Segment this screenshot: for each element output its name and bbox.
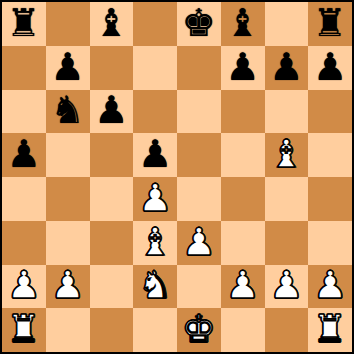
white-pawn[interactable]: ♟ xyxy=(226,266,260,304)
square-a6[interactable] xyxy=(2,90,46,134)
square-b8[interactable] xyxy=(46,2,90,46)
square-f6[interactable] xyxy=(221,90,265,134)
square-f3[interactable] xyxy=(221,221,265,265)
square-d7[interactable] xyxy=(133,46,177,90)
square-h1[interactable]: ♜ xyxy=(308,308,352,352)
square-d6[interactable] xyxy=(133,90,177,134)
square-e5[interactable] xyxy=(177,133,221,177)
black-pawn[interactable]: ♟ xyxy=(313,48,347,86)
square-g2[interactable]: ♟ xyxy=(265,265,309,309)
white-pawn[interactable]: ♟ xyxy=(7,266,41,304)
square-f2[interactable]: ♟ xyxy=(221,265,265,309)
black-pawn[interactable]: ♟ xyxy=(51,48,85,86)
square-e3[interactable]: ♟ xyxy=(177,221,221,265)
black-pawn[interactable]: ♟ xyxy=(94,91,128,129)
square-e4[interactable] xyxy=(177,177,221,221)
square-h3[interactable] xyxy=(308,221,352,265)
square-g6[interactable] xyxy=(265,90,309,134)
square-c1[interactable] xyxy=(90,308,134,352)
square-d2[interactable]: ♞ xyxy=(133,265,177,309)
black-pawn[interactable]: ♟ xyxy=(7,135,41,173)
square-a1[interactable]: ♜ xyxy=(2,308,46,352)
square-b4[interactable] xyxy=(46,177,90,221)
square-h4[interactable] xyxy=(308,177,352,221)
black-rook[interactable]: ♜ xyxy=(7,4,41,42)
black-knight[interactable]: ♞ xyxy=(51,91,85,129)
white-rook[interactable]: ♜ xyxy=(7,310,41,348)
square-b7[interactable]: ♟ xyxy=(46,46,90,90)
square-d4[interactable]: ♟ xyxy=(133,177,177,221)
square-f8[interactable]: ♝ xyxy=(221,2,265,46)
square-a2[interactable]: ♟ xyxy=(2,265,46,309)
square-g7[interactable]: ♟ xyxy=(265,46,309,90)
black-bishop[interactable]: ♝ xyxy=(94,4,128,42)
chess-board: ♜♝♚♝♜♟♟♟♟♞♟♟♟♝♟♝♟♟♟♞♟♟♟♜♚♜ xyxy=(0,0,354,354)
square-g5[interactable]: ♝ xyxy=(265,133,309,177)
white-pawn[interactable]: ♟ xyxy=(269,266,303,304)
square-e6[interactable] xyxy=(177,90,221,134)
square-c8[interactable]: ♝ xyxy=(90,2,134,46)
white-knight[interactable]: ♞ xyxy=(138,266,172,304)
square-a3[interactable] xyxy=(2,221,46,265)
black-king[interactable]: ♚ xyxy=(182,4,216,42)
square-h8[interactable]: ♜ xyxy=(308,2,352,46)
black-rook[interactable]: ♜ xyxy=(313,4,347,42)
square-f7[interactable]: ♟ xyxy=(221,46,265,90)
white-pawn[interactable]: ♟ xyxy=(51,266,85,304)
square-f4[interactable] xyxy=(221,177,265,221)
square-b3[interactable] xyxy=(46,221,90,265)
white-king[interactable]: ♚ xyxy=(182,310,216,348)
square-g8[interactable] xyxy=(265,2,309,46)
square-c6[interactable]: ♟ xyxy=(90,90,134,134)
square-d5[interactable]: ♟ xyxy=(133,133,177,177)
square-e2[interactable] xyxy=(177,265,221,309)
square-h5[interactable] xyxy=(308,133,352,177)
square-b1[interactable] xyxy=(46,308,90,352)
white-bishop[interactable]: ♝ xyxy=(138,223,172,261)
square-e8[interactable]: ♚ xyxy=(177,2,221,46)
square-a7[interactable] xyxy=(2,46,46,90)
black-pawn[interactable]: ♟ xyxy=(269,48,303,86)
square-c7[interactable] xyxy=(90,46,134,90)
square-c5[interactable] xyxy=(90,133,134,177)
square-c2[interactable] xyxy=(90,265,134,309)
square-f5[interactable] xyxy=(221,133,265,177)
black-pawn[interactable]: ♟ xyxy=(226,48,260,86)
square-h6[interactable] xyxy=(308,90,352,134)
square-c3[interactable] xyxy=(90,221,134,265)
square-a5[interactable]: ♟ xyxy=(2,133,46,177)
square-a8[interactable]: ♜ xyxy=(2,2,46,46)
square-d8[interactable] xyxy=(133,2,177,46)
square-d1[interactable] xyxy=(133,308,177,352)
square-b5[interactable] xyxy=(46,133,90,177)
square-g4[interactable] xyxy=(265,177,309,221)
square-d3[interactable]: ♝ xyxy=(133,221,177,265)
black-bishop[interactable]: ♝ xyxy=(226,4,260,42)
square-f1[interactable] xyxy=(221,308,265,352)
square-c4[interactable] xyxy=(90,177,134,221)
white-pawn[interactable]: ♟ xyxy=(313,266,347,304)
white-bishop[interactable]: ♝ xyxy=(269,135,303,173)
square-a4[interactable] xyxy=(2,177,46,221)
square-e7[interactable] xyxy=(177,46,221,90)
square-e1[interactable]: ♚ xyxy=(177,308,221,352)
white-pawn[interactable]: ♟ xyxy=(138,179,172,217)
square-g1[interactable] xyxy=(265,308,309,352)
square-h7[interactable]: ♟ xyxy=(308,46,352,90)
square-h2[interactable]: ♟ xyxy=(308,265,352,309)
white-pawn[interactable]: ♟ xyxy=(182,223,216,261)
white-rook[interactable]: ♜ xyxy=(313,310,347,348)
square-b6[interactable]: ♞ xyxy=(46,90,90,134)
square-g3[interactable] xyxy=(265,221,309,265)
black-pawn[interactable]: ♟ xyxy=(138,135,172,173)
square-b2[interactable]: ♟ xyxy=(46,265,90,309)
